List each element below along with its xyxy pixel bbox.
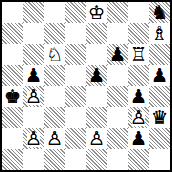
square-d4[interactable] [65,86,86,107]
square-e5[interactable]: ♟ [86,65,107,86]
square-c2[interactable]: ♙ [44,128,65,149]
square-c8[interactable] [44,2,65,23]
square-g8[interactable] [128,2,149,23]
square-c3[interactable] [44,107,65,128]
square-a2[interactable] [2,128,23,149]
white-king: ♔ [86,2,107,23]
square-d1[interactable] [65,149,86,170]
square-c6[interactable]: ♘ [44,44,65,65]
square-d7[interactable] [65,23,86,44]
white-knight: ♘ [44,44,65,65]
square-e7[interactable] [86,23,107,44]
black-pawn: ♟ [128,128,149,149]
square-f7[interactable] [107,23,128,44]
square-g4[interactable]: ♟ [128,86,149,107]
black-knight: ♞ [149,2,170,23]
square-a3[interactable] [2,107,23,128]
square-e8[interactable]: ♔ [86,2,107,23]
chess-diagram: ♔♞♗♘♟♖♟♟♟♚♙♟♙♛♙♙♙♟ [0,0,172,172]
square-h5[interactable]: ♟ [149,65,170,86]
square-b1[interactable] [23,149,44,170]
white-pawn: ♙ [23,86,44,107]
white-pawn: ♙ [44,128,65,149]
square-h6[interactable] [149,44,170,65]
square-a7[interactable] [2,23,23,44]
square-h1[interactable] [149,149,170,170]
square-f2[interactable] [107,128,128,149]
black-pawn: ♟ [128,86,149,107]
square-d6[interactable] [65,44,86,65]
white-pawn: ♙ [23,128,44,149]
white-bishop: ♗ [149,23,170,44]
square-e3[interactable] [86,107,107,128]
square-h3[interactable]: ♛ [149,107,170,128]
square-e2[interactable]: ♙ [86,128,107,149]
white-pawn: ♙ [128,107,149,128]
square-c1[interactable] [44,149,65,170]
square-f6[interactable]: ♟ [107,44,128,65]
black-pawn: ♟ [23,65,44,86]
square-f1[interactable] [107,149,128,170]
square-b4[interactable]: ♙ [23,86,44,107]
square-b8[interactable] [23,2,44,23]
square-a8[interactable] [2,2,23,23]
square-d2[interactable] [65,128,86,149]
square-b7[interactable] [23,23,44,44]
square-c4[interactable] [44,86,65,107]
square-d5[interactable] [65,65,86,86]
square-e1[interactable] [86,149,107,170]
square-f3[interactable] [107,107,128,128]
square-h7[interactable]: ♗ [149,23,170,44]
square-f4[interactable] [107,86,128,107]
square-g2[interactable]: ♟ [128,128,149,149]
square-g1[interactable] [128,149,149,170]
square-g7[interactable] [128,23,149,44]
chess-board: ♔♞♗♘♟♖♟♟♟♚♙♟♙♛♙♙♙♟ [0,0,172,172]
square-e6[interactable] [86,44,107,65]
black-king: ♚ [2,86,23,107]
square-f8[interactable] [107,2,128,23]
black-pawn: ♟ [86,65,107,86]
square-a1[interactable] [2,149,23,170]
square-h2[interactable] [149,128,170,149]
square-h4[interactable] [149,86,170,107]
square-b5[interactable]: ♟ [23,65,44,86]
black-queen: ♛ [149,107,170,128]
square-g6[interactable]: ♖ [128,44,149,65]
square-d8[interactable] [65,2,86,23]
square-b2[interactable]: ♙ [23,128,44,149]
square-c7[interactable] [44,23,65,44]
square-a6[interactable] [2,44,23,65]
black-pawn: ♟ [107,44,128,65]
square-e4[interactable] [86,86,107,107]
square-g3[interactable]: ♙ [128,107,149,128]
square-a5[interactable] [2,65,23,86]
square-g5[interactable] [128,65,149,86]
square-h8[interactable]: ♞ [149,2,170,23]
square-b3[interactable] [23,107,44,128]
white-rook: ♖ [128,44,149,65]
white-pawn: ♙ [86,128,107,149]
square-d3[interactable] [65,107,86,128]
square-c5[interactable] [44,65,65,86]
black-pawn: ♟ [149,65,170,86]
square-b6[interactable] [23,44,44,65]
square-f5[interactable] [107,65,128,86]
square-a4[interactable]: ♚ [2,86,23,107]
